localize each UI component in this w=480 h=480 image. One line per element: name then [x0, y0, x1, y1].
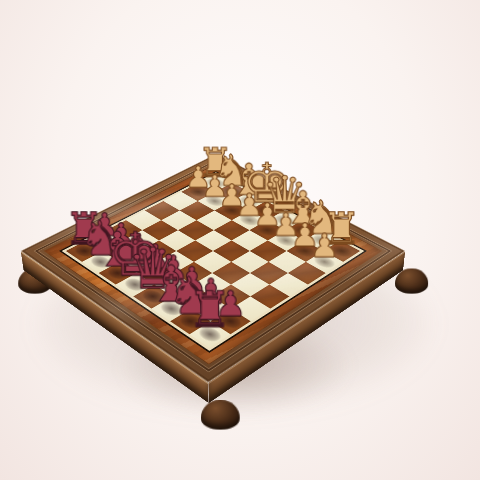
bun-foot-near [201, 400, 240, 430]
pawn-glyph: ♟ [310, 229, 339, 261]
chess-set-photo: ♜♟♞♟♝♟♚♟♛♟♝♟♟♞♜♟♟♜♞♟♟♝♟♚♟♛♟♝♟♞♟♜ [0, 0, 480, 480]
rook-glyph: ♜ [188, 285, 232, 334]
